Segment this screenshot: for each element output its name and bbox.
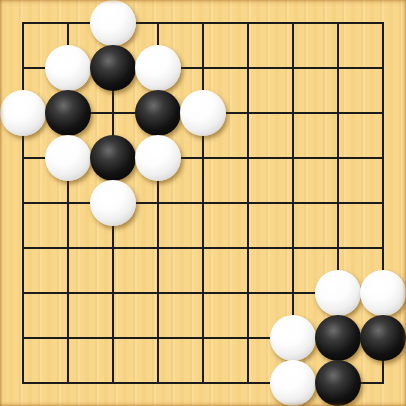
point-J6[interactable] <box>361 136 406 181</box>
point-C2[interactable] <box>91 316 136 361</box>
point-E8[interactable] <box>181 46 226 91</box>
point-D2[interactable] <box>136 316 181 361</box>
point-E1[interactable] <box>181 361 226 406</box>
point-A6[interactable] <box>1 136 46 181</box>
point-G1[interactable]: ○ <box>271 361 316 406</box>
stone-glyph: ○ <box>96 184 129 222</box>
point-C6[interactable]: ● <box>91 136 136 181</box>
point-E5[interactable] <box>181 181 226 226</box>
point-J3[interactable]: ○ <box>361 271 406 316</box>
point-B7[interactable]: ● <box>46 91 91 136</box>
white-stone: ○ <box>90 0 136 46</box>
point-A4[interactable] <box>1 226 46 271</box>
white-stone: ○ <box>0 90 46 136</box>
black-stone: ● <box>45 90 91 136</box>
point-B9[interactable] <box>46 1 91 46</box>
point-C7[interactable] <box>91 91 136 136</box>
point-H7[interactable] <box>316 91 361 136</box>
point-H5[interactable] <box>316 181 361 226</box>
stone-glyph: ○ <box>51 139 84 177</box>
point-G6[interactable] <box>271 136 316 181</box>
black-stone: ● <box>315 360 361 406</box>
stone-glyph: ○ <box>276 319 309 357</box>
point-C3[interactable] <box>91 271 136 316</box>
point-D8[interactable]: ○ <box>136 46 181 91</box>
point-D6[interactable]: ○ <box>136 136 181 181</box>
point-H2[interactable]: ● <box>316 316 361 361</box>
black-stone: ● <box>90 135 136 181</box>
white-stone: ○ <box>180 90 226 136</box>
point-H1[interactable]: ● <box>316 361 361 406</box>
point-G5[interactable] <box>271 181 316 226</box>
point-B8[interactable]: ○ <box>46 46 91 91</box>
point-H8[interactable] <box>316 46 361 91</box>
black-stone: ● <box>135 90 181 136</box>
point-J9[interactable] <box>361 1 406 46</box>
stone-glyph: ○ <box>141 49 174 87</box>
stone-glyph: ○ <box>186 94 219 132</box>
point-B1[interactable] <box>46 361 91 406</box>
stone-glyph: ○ <box>6 94 39 132</box>
stone-glyph: ○ <box>276 364 309 402</box>
stone-glyph: ● <box>96 49 129 87</box>
white-stone: ○ <box>270 315 316 361</box>
point-G7[interactable] <box>271 91 316 136</box>
point-G8[interactable] <box>271 46 316 91</box>
point-F3[interactable] <box>226 271 271 316</box>
point-J2[interactable]: ● <box>361 316 406 361</box>
point-B2[interactable] <box>46 316 91 361</box>
point-A7[interactable]: ○ <box>1 91 46 136</box>
point-F7[interactable] <box>226 91 271 136</box>
point-A2[interactable] <box>1 316 46 361</box>
point-E7[interactable]: ○ <box>181 91 226 136</box>
point-J4[interactable] <box>361 226 406 271</box>
point-B6[interactable]: ○ <box>46 136 91 181</box>
point-B5[interactable] <box>46 181 91 226</box>
point-D3[interactable] <box>136 271 181 316</box>
point-G4[interactable] <box>271 226 316 271</box>
point-E4[interactable] <box>181 226 226 271</box>
point-E9[interactable] <box>181 1 226 46</box>
point-C9[interactable]: ○ <box>91 1 136 46</box>
point-H3[interactable]: ○ <box>316 271 361 316</box>
intersections-grid: ○○●○○●●○○●○○○○○●●○● <box>1 1 406 406</box>
point-F9[interactable] <box>226 1 271 46</box>
point-E6[interactable] <box>181 136 226 181</box>
point-F2[interactable] <box>226 316 271 361</box>
point-H4[interactable] <box>316 226 361 271</box>
point-J5[interactable] <box>361 181 406 226</box>
white-stone: ○ <box>45 135 91 181</box>
point-F1[interactable] <box>226 361 271 406</box>
white-stone: ○ <box>270 360 316 406</box>
black-stone: ● <box>360 315 406 361</box>
point-G2[interactable]: ○ <box>271 316 316 361</box>
point-D7[interactable]: ● <box>136 91 181 136</box>
point-C8[interactable]: ● <box>91 46 136 91</box>
point-D1[interactable] <box>136 361 181 406</box>
point-D9[interactable] <box>136 1 181 46</box>
point-H6[interactable] <box>316 136 361 181</box>
white-stone: ○ <box>315 270 361 316</box>
white-stone: ○ <box>360 270 406 316</box>
white-stone: ○ <box>90 180 136 226</box>
black-stone: ● <box>315 315 361 361</box>
stone-glyph: ● <box>321 319 354 357</box>
point-B4[interactable] <box>46 226 91 271</box>
point-J7[interactable] <box>361 91 406 136</box>
point-H9[interactable] <box>316 1 361 46</box>
point-F4[interactable] <box>226 226 271 271</box>
point-A9[interactable] <box>1 1 46 46</box>
point-A8[interactable] <box>1 46 46 91</box>
point-A5[interactable] <box>1 181 46 226</box>
point-G9[interactable] <box>271 1 316 46</box>
point-F6[interactable] <box>226 136 271 181</box>
point-B3[interactable] <box>46 271 91 316</box>
stone-glyph: ● <box>96 139 129 177</box>
stone-glyph: ○ <box>141 139 174 177</box>
point-E2[interactable] <box>181 316 226 361</box>
point-F8[interactable] <box>226 46 271 91</box>
stone-glyph: ● <box>141 94 174 132</box>
white-stone: ○ <box>135 45 181 91</box>
point-D5[interactable] <box>136 181 181 226</box>
point-C5[interactable]: ○ <box>91 181 136 226</box>
point-J8[interactable] <box>361 46 406 91</box>
stone-glyph: ○ <box>96 4 129 42</box>
stone-glyph: ● <box>366 319 399 357</box>
stone-glyph: ○ <box>51 49 84 87</box>
white-stone: ○ <box>135 135 181 181</box>
stone-glyph: ● <box>51 94 84 132</box>
point-D4[interactable] <box>136 226 181 271</box>
point-J1[interactable] <box>361 361 406 406</box>
stone-glyph: ○ <box>321 274 354 312</box>
point-F5[interactable] <box>226 181 271 226</box>
stone-glyph: ● <box>321 364 354 402</box>
point-C4[interactable] <box>91 226 136 271</box>
point-E3[interactable] <box>181 271 226 316</box>
point-G3[interactable] <box>271 271 316 316</box>
stone-glyph: ○ <box>366 274 399 312</box>
point-A3[interactable] <box>1 271 46 316</box>
go-board: ○○●○○●●○○●○○○○○●●○● <box>0 0 406 406</box>
black-stone: ● <box>90 45 136 91</box>
white-stone: ○ <box>45 45 91 91</box>
point-A1[interactable] <box>1 361 46 406</box>
point-C1[interactable] <box>91 361 136 406</box>
